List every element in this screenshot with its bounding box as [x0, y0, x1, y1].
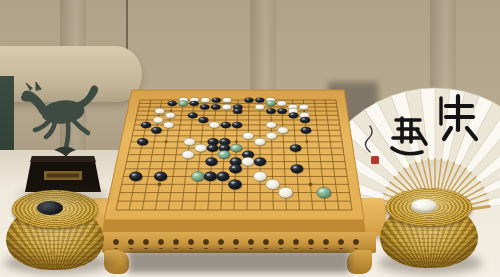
green-jade-stone	[191, 172, 204, 182]
green-jade-stone	[266, 101, 275, 106]
go-scene-photo	[0, 0, 500, 277]
horse-figure	[21, 82, 97, 148]
black-stone	[229, 164, 242, 173]
white-stone	[243, 132, 254, 139]
fan-seal	[371, 156, 379, 164]
black-stone	[216, 172, 229, 182]
white-stone	[209, 122, 220, 128]
white-stone	[153, 117, 163, 123]
black-stone	[211, 104, 221, 110]
green-jade-stone	[218, 151, 230, 159]
black-stone	[300, 117, 310, 123]
go-board	[92, 74, 370, 238]
black-stone	[204, 172, 217, 182]
black-stone	[205, 157, 218, 166]
white-stone	[242, 157, 255, 166]
black-stone	[266, 108, 276, 114]
white-stone	[253, 172, 266, 182]
white-stone	[195, 144, 207, 152]
white-stone	[165, 112, 175, 118]
black-stone	[288, 112, 298, 118]
green-jade-stone	[178, 101, 187, 106]
black-stone	[290, 164, 303, 173]
white-stone-on-lid	[411, 199, 437, 213]
white-stone	[299, 104, 309, 110]
black-stone	[233, 108, 243, 114]
white-stone	[182, 151, 194, 159]
black-stone-on-lid	[37, 201, 63, 215]
black-stone	[207, 144, 219, 152]
green-jade-stone	[317, 187, 331, 198]
black-stone	[141, 122, 152, 128]
white-stone	[155, 108, 165, 114]
black-stone	[244, 97, 253, 102]
white-stone	[223, 97, 232, 102]
green-jade-stone	[230, 144, 242, 152]
black-stone	[200, 104, 210, 110]
left-stone-bowl	[6, 190, 106, 272]
white-stone	[255, 104, 265, 110]
white-stone	[266, 179, 280, 189]
white-stone	[184, 138, 195, 145]
black-stone	[129, 172, 142, 182]
swallow-under-hoof	[54, 147, 76, 158]
white-stone	[201, 97, 210, 102]
black-stone	[300, 127, 311, 134]
white-stone	[163, 122, 174, 128]
black-stone	[254, 157, 267, 166]
black-stone	[198, 117, 208, 123]
black-stone	[189, 101, 198, 106]
black-stone	[277, 108, 287, 114]
white-stone	[277, 127, 288, 134]
black-stone	[188, 112, 198, 118]
black-stone	[167, 101, 176, 106]
under-table-shadow	[128, 250, 350, 273]
black-stone	[290, 144, 302, 152]
black-stone	[232, 122, 243, 128]
curtain-seam	[126, 0, 128, 52]
black-stone	[212, 97, 221, 102]
black-stone	[137, 138, 148, 145]
white-stone	[222, 104, 232, 110]
black-stone	[255, 97, 264, 102]
white-stone	[266, 122, 277, 128]
white-stone	[254, 138, 265, 145]
white-stone	[266, 132, 277, 139]
black-stone	[154, 172, 167, 182]
black-stone	[228, 179, 242, 189]
black-stone	[151, 127, 162, 134]
stand-leg-right	[347, 250, 372, 274]
right-stone-bowl	[380, 188, 480, 270]
white-stone	[279, 187, 293, 198]
apron-carving	[110, 236, 368, 249]
statue-shadow	[18, 188, 110, 202]
black-stone	[220, 122, 231, 128]
white-stone	[277, 101, 286, 106]
